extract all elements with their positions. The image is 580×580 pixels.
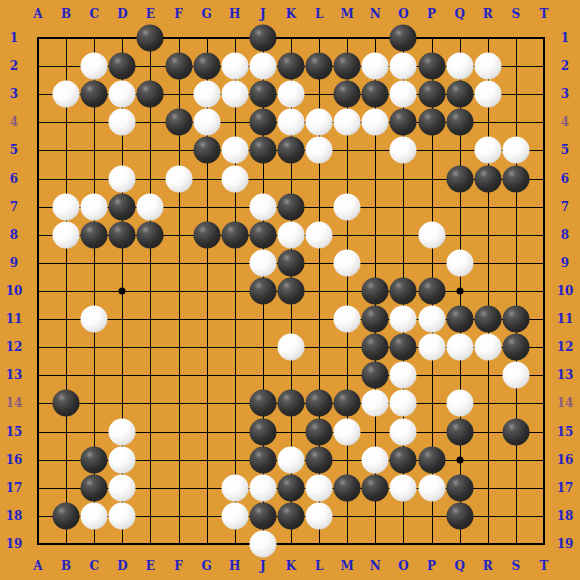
intersection-E11[interactable]: [136, 305, 164, 333]
intersection-L18[interactable]: [305, 502, 333, 530]
intersection-S12[interactable]: [502, 333, 530, 361]
intersection-A6[interactable]: [24, 164, 52, 192]
intersection-J16[interactable]: [249, 446, 277, 474]
intersection-G15[interactable]: [193, 417, 221, 445]
intersection-N3[interactable]: [361, 80, 389, 108]
intersection-R1[interactable]: [474, 24, 502, 52]
intersection-G11[interactable]: [193, 305, 221, 333]
intersection-K10[interactable]: [277, 277, 305, 305]
intersection-S17[interactable]: [502, 474, 530, 502]
intersection-B14[interactable]: [52, 389, 80, 417]
intersection-G6[interactable]: [193, 164, 221, 192]
intersection-D7[interactable]: [108, 193, 136, 221]
intersection-T14[interactable]: [530, 389, 558, 417]
intersection-N9[interactable]: [361, 249, 389, 277]
intersection-P3[interactable]: [417, 80, 445, 108]
intersection-Q14[interactable]: [446, 389, 474, 417]
intersection-R19[interactable]: [474, 530, 502, 558]
intersection-L14[interactable]: [305, 389, 333, 417]
intersection-P16[interactable]: [417, 446, 445, 474]
intersection-G18[interactable]: [193, 502, 221, 530]
intersection-K4[interactable]: [277, 108, 305, 136]
intersection-R12[interactable]: [474, 333, 502, 361]
intersection-N19[interactable]: [361, 530, 389, 558]
intersection-R8[interactable]: [474, 221, 502, 249]
intersection-M15[interactable]: [333, 417, 361, 445]
intersection-D16[interactable]: [108, 446, 136, 474]
intersection-D5[interactable]: [108, 136, 136, 164]
intersection-A15[interactable]: [24, 417, 52, 445]
intersection-E7[interactable]: [136, 193, 164, 221]
intersection-L6[interactable]: [305, 164, 333, 192]
intersection-E15[interactable]: [136, 417, 164, 445]
intersection-E1[interactable]: [136, 24, 164, 52]
intersection-T6[interactable]: [530, 164, 558, 192]
intersection-A5[interactable]: [24, 136, 52, 164]
intersection-H16[interactable]: [221, 446, 249, 474]
intersection-P12[interactable]: [417, 333, 445, 361]
intersection-N14[interactable]: [361, 389, 389, 417]
intersection-F9[interactable]: [164, 249, 192, 277]
intersection-A1[interactable]: [24, 24, 52, 52]
intersection-Q7[interactable]: [446, 193, 474, 221]
intersection-M9[interactable]: [333, 249, 361, 277]
intersection-J15[interactable]: [249, 417, 277, 445]
intersection-M7[interactable]: [333, 193, 361, 221]
intersection-S2[interactable]: [502, 52, 530, 80]
intersection-H14[interactable]: [221, 389, 249, 417]
intersection-F12[interactable]: [164, 333, 192, 361]
intersection-P19[interactable]: [417, 530, 445, 558]
intersection-O18[interactable]: [389, 502, 417, 530]
intersection-G8[interactable]: [193, 221, 221, 249]
intersection-A12[interactable]: [24, 333, 52, 361]
intersection-C19[interactable]: [80, 530, 108, 558]
intersection-F11[interactable]: [164, 305, 192, 333]
intersection-J17[interactable]: [249, 474, 277, 502]
intersection-K15[interactable]: [277, 417, 305, 445]
intersection-T19[interactable]: [530, 530, 558, 558]
intersection-H9[interactable]: [221, 249, 249, 277]
intersection-S13[interactable]: [502, 361, 530, 389]
intersection-R9[interactable]: [474, 249, 502, 277]
intersection-B10[interactable]: [52, 277, 80, 305]
intersection-S14[interactable]: [502, 389, 530, 417]
intersection-K19[interactable]: [277, 530, 305, 558]
intersection-M18[interactable]: [333, 502, 361, 530]
intersection-B9[interactable]: [52, 249, 80, 277]
intersection-P11[interactable]: [417, 305, 445, 333]
intersection-T15[interactable]: [530, 417, 558, 445]
intersection-T13[interactable]: [530, 361, 558, 389]
intersection-K12[interactable]: [277, 333, 305, 361]
intersection-J13[interactable]: [249, 361, 277, 389]
intersection-T2[interactable]: [530, 52, 558, 80]
intersection-N12[interactable]: [361, 333, 389, 361]
intersection-A19[interactable]: [24, 530, 52, 558]
intersection-O14[interactable]: [389, 389, 417, 417]
intersection-H8[interactable]: [221, 221, 249, 249]
intersection-G4[interactable]: [193, 108, 221, 136]
intersection-P7[interactable]: [417, 193, 445, 221]
intersection-C16[interactable]: [80, 446, 108, 474]
intersection-R7[interactable]: [474, 193, 502, 221]
intersection-M3[interactable]: [333, 80, 361, 108]
intersection-D19[interactable]: [108, 530, 136, 558]
intersection-D3[interactable]: [108, 80, 136, 108]
intersection-F13[interactable]: [164, 361, 192, 389]
intersection-O16[interactable]: [389, 446, 417, 474]
intersection-D6[interactable]: [108, 164, 136, 192]
intersection-G2[interactable]: [193, 52, 221, 80]
intersection-N13[interactable]: [361, 361, 389, 389]
intersection-M5[interactable]: [333, 136, 361, 164]
intersection-D4[interactable]: [108, 108, 136, 136]
intersection-F1[interactable]: [164, 24, 192, 52]
intersection-E13[interactable]: [136, 361, 164, 389]
intersection-G9[interactable]: [193, 249, 221, 277]
intersection-E6[interactable]: [136, 164, 164, 192]
intersection-C6[interactable]: [80, 164, 108, 192]
intersection-L16[interactable]: [305, 446, 333, 474]
intersection-S9[interactable]: [502, 249, 530, 277]
intersection-L9[interactable]: [305, 249, 333, 277]
intersection-Q5[interactable]: [446, 136, 474, 164]
intersection-S4[interactable]: [502, 108, 530, 136]
intersection-E4[interactable]: [136, 108, 164, 136]
intersection-G7[interactable]: [193, 193, 221, 221]
intersection-P15[interactable]: [417, 417, 445, 445]
intersection-O9[interactable]: [389, 249, 417, 277]
intersection-J10[interactable]: [249, 277, 277, 305]
intersection-A18[interactable]: [24, 502, 52, 530]
intersection-B12[interactable]: [52, 333, 80, 361]
intersection-T1[interactable]: [530, 24, 558, 52]
intersection-M4[interactable]: [333, 108, 361, 136]
intersection-F8[interactable]: [164, 221, 192, 249]
intersection-T17[interactable]: [530, 474, 558, 502]
intersection-C13[interactable]: [80, 361, 108, 389]
intersection-S15[interactable]: [502, 417, 530, 445]
intersection-J2[interactable]: [249, 52, 277, 80]
intersection-A8[interactable]: [24, 221, 52, 249]
intersection-R10[interactable]: [474, 277, 502, 305]
intersection-S5[interactable]: [502, 136, 530, 164]
intersection-O19[interactable]: [389, 530, 417, 558]
intersection-C3[interactable]: [80, 80, 108, 108]
intersection-D9[interactable]: [108, 249, 136, 277]
intersection-L3[interactable]: [305, 80, 333, 108]
intersection-N6[interactable]: [361, 164, 389, 192]
intersection-N11[interactable]: [361, 305, 389, 333]
intersection-Q11[interactable]: [446, 305, 474, 333]
intersection-H1[interactable]: [221, 24, 249, 52]
intersection-D1[interactable]: [108, 24, 136, 52]
intersection-L11[interactable]: [305, 305, 333, 333]
intersection-J12[interactable]: [249, 333, 277, 361]
intersection-J14[interactable]: [249, 389, 277, 417]
intersection-K5[interactable]: [277, 136, 305, 164]
intersection-O2[interactable]: [389, 52, 417, 80]
intersection-E8[interactable]: [136, 221, 164, 249]
intersection-M19[interactable]: [333, 530, 361, 558]
intersection-Q2[interactable]: [446, 52, 474, 80]
intersection-C5[interactable]: [80, 136, 108, 164]
intersection-L8[interactable]: [305, 221, 333, 249]
intersection-D13[interactable]: [108, 361, 136, 389]
intersection-B3[interactable]: [52, 80, 80, 108]
intersection-T4[interactable]: [530, 108, 558, 136]
intersection-N17[interactable]: [361, 474, 389, 502]
intersection-C2[interactable]: [80, 52, 108, 80]
intersection-O5[interactable]: [389, 136, 417, 164]
intersection-J3[interactable]: [249, 80, 277, 108]
intersection-P14[interactable]: [417, 389, 445, 417]
intersection-O13[interactable]: [389, 361, 417, 389]
intersection-G14[interactable]: [193, 389, 221, 417]
intersection-L17[interactable]: [305, 474, 333, 502]
intersection-F18[interactable]: [164, 502, 192, 530]
intersection-H7[interactable]: [221, 193, 249, 221]
intersection-P2[interactable]: [417, 52, 445, 80]
intersection-A3[interactable]: [24, 80, 52, 108]
intersection-G13[interactable]: [193, 361, 221, 389]
intersection-R13[interactable]: [474, 361, 502, 389]
intersection-C11[interactable]: [80, 305, 108, 333]
intersection-O7[interactable]: [389, 193, 417, 221]
intersection-O15[interactable]: [389, 417, 417, 445]
intersection-E18[interactable]: [136, 502, 164, 530]
intersection-C15[interactable]: [80, 417, 108, 445]
intersection-P4[interactable]: [417, 108, 445, 136]
intersection-L5[interactable]: [305, 136, 333, 164]
intersection-K9[interactable]: [277, 249, 305, 277]
intersection-Q9[interactable]: [446, 249, 474, 277]
intersection-E5[interactable]: [136, 136, 164, 164]
intersection-T3[interactable]: [530, 80, 558, 108]
intersection-Q8[interactable]: [446, 221, 474, 249]
intersection-C17[interactable]: [80, 474, 108, 502]
intersection-B13[interactable]: [52, 361, 80, 389]
intersection-B1[interactable]: [52, 24, 80, 52]
intersection-H18[interactable]: [221, 502, 249, 530]
intersection-Q18[interactable]: [446, 502, 474, 530]
intersection-K8[interactable]: [277, 221, 305, 249]
intersection-D11[interactable]: [108, 305, 136, 333]
intersection-T12[interactable]: [530, 333, 558, 361]
intersection-P17[interactable]: [417, 474, 445, 502]
intersection-R18[interactable]: [474, 502, 502, 530]
intersection-P9[interactable]: [417, 249, 445, 277]
intersection-L15[interactable]: [305, 417, 333, 445]
intersection-P6[interactable]: [417, 164, 445, 192]
intersection-A16[interactable]: [24, 446, 52, 474]
intersection-O4[interactable]: [389, 108, 417, 136]
intersection-M16[interactable]: [333, 446, 361, 474]
intersection-Q10[interactable]: [446, 277, 474, 305]
intersection-T11[interactable]: [530, 305, 558, 333]
intersection-E16[interactable]: [136, 446, 164, 474]
intersection-R16[interactable]: [474, 446, 502, 474]
intersection-A13[interactable]: [24, 361, 52, 389]
intersection-Q17[interactable]: [446, 474, 474, 502]
intersection-G17[interactable]: [193, 474, 221, 502]
intersection-D2[interactable]: [108, 52, 136, 80]
intersection-G16[interactable]: [193, 446, 221, 474]
intersection-F16[interactable]: [164, 446, 192, 474]
intersection-D8[interactable]: [108, 221, 136, 249]
intersection-R4[interactable]: [474, 108, 502, 136]
intersection-N4[interactable]: [361, 108, 389, 136]
intersection-B17[interactable]: [52, 474, 80, 502]
intersection-T8[interactable]: [530, 221, 558, 249]
intersection-R2[interactable]: [474, 52, 502, 80]
intersection-M13[interactable]: [333, 361, 361, 389]
intersection-G10[interactable]: [193, 277, 221, 305]
intersection-M2[interactable]: [333, 52, 361, 80]
intersection-R17[interactable]: [474, 474, 502, 502]
intersection-B15[interactable]: [52, 417, 80, 445]
intersection-J9[interactable]: [249, 249, 277, 277]
intersection-B18[interactable]: [52, 502, 80, 530]
intersection-H3[interactable]: [221, 80, 249, 108]
intersection-H12[interactable]: [221, 333, 249, 361]
intersection-H15[interactable]: [221, 417, 249, 445]
intersection-O10[interactable]: [389, 277, 417, 305]
intersection-G12[interactable]: [193, 333, 221, 361]
intersection-C9[interactable]: [80, 249, 108, 277]
intersection-D10[interactable]: [108, 277, 136, 305]
intersection-E3[interactable]: [136, 80, 164, 108]
intersection-O6[interactable]: [389, 164, 417, 192]
intersection-N18[interactable]: [361, 502, 389, 530]
intersection-D18[interactable]: [108, 502, 136, 530]
intersection-K2[interactable]: [277, 52, 305, 80]
intersection-N16[interactable]: [361, 446, 389, 474]
intersection-K3[interactable]: [277, 80, 305, 108]
intersection-K1[interactable]: [277, 24, 305, 52]
intersection-N1[interactable]: [361, 24, 389, 52]
intersection-H10[interactable]: [221, 277, 249, 305]
intersection-Q12[interactable]: [446, 333, 474, 361]
intersection-S6[interactable]: [502, 164, 530, 192]
intersection-H11[interactable]: [221, 305, 249, 333]
intersection-P8[interactable]: [417, 221, 445, 249]
intersection-A10[interactable]: [24, 277, 52, 305]
intersection-E9[interactable]: [136, 249, 164, 277]
intersection-K17[interactable]: [277, 474, 305, 502]
intersection-S10[interactable]: [502, 277, 530, 305]
intersection-J11[interactable]: [249, 305, 277, 333]
intersection-M1[interactable]: [333, 24, 361, 52]
intersection-B2[interactable]: [52, 52, 80, 80]
intersection-L2[interactable]: [305, 52, 333, 80]
intersection-C8[interactable]: [80, 221, 108, 249]
intersection-B5[interactable]: [52, 136, 80, 164]
intersection-B7[interactable]: [52, 193, 80, 221]
intersection-H5[interactable]: [221, 136, 249, 164]
intersection-C7[interactable]: [80, 193, 108, 221]
intersection-A11[interactable]: [24, 305, 52, 333]
intersection-C12[interactable]: [80, 333, 108, 361]
intersection-J1[interactable]: [249, 24, 277, 52]
intersection-B4[interactable]: [52, 108, 80, 136]
intersection-S19[interactable]: [502, 530, 530, 558]
intersection-M8[interactable]: [333, 221, 361, 249]
intersection-F15[interactable]: [164, 417, 192, 445]
intersection-K16[interactable]: [277, 446, 305, 474]
intersection-R11[interactable]: [474, 305, 502, 333]
intersection-S8[interactable]: [502, 221, 530, 249]
intersection-L1[interactable]: [305, 24, 333, 52]
intersection-E14[interactable]: [136, 389, 164, 417]
intersection-F14[interactable]: [164, 389, 192, 417]
intersection-J8[interactable]: [249, 221, 277, 249]
intersection-O8[interactable]: [389, 221, 417, 249]
intersection-L19[interactable]: [305, 530, 333, 558]
intersection-G1[interactable]: [193, 24, 221, 52]
intersection-N15[interactable]: [361, 417, 389, 445]
intersection-R3[interactable]: [474, 80, 502, 108]
intersection-J18[interactable]: [249, 502, 277, 530]
intersection-H13[interactable]: [221, 361, 249, 389]
intersection-Q1[interactable]: [446, 24, 474, 52]
intersection-P1[interactable]: [417, 24, 445, 52]
intersection-T7[interactable]: [530, 193, 558, 221]
intersection-A2[interactable]: [24, 52, 52, 80]
intersection-C18[interactable]: [80, 502, 108, 530]
intersection-M14[interactable]: [333, 389, 361, 417]
intersection-N8[interactable]: [361, 221, 389, 249]
intersection-M17[interactable]: [333, 474, 361, 502]
intersection-K18[interactable]: [277, 502, 305, 530]
intersection-E10[interactable]: [136, 277, 164, 305]
intersection-L7[interactable]: [305, 193, 333, 221]
intersection-P13[interactable]: [417, 361, 445, 389]
intersection-G19[interactable]: [193, 530, 221, 558]
intersection-N5[interactable]: [361, 136, 389, 164]
intersection-L4[interactable]: [305, 108, 333, 136]
intersection-O3[interactable]: [389, 80, 417, 108]
intersection-S7[interactable]: [502, 193, 530, 221]
intersection-E12[interactable]: [136, 333, 164, 361]
intersection-F7[interactable]: [164, 193, 192, 221]
intersection-H4[interactable]: [221, 108, 249, 136]
intersection-G5[interactable]: [193, 136, 221, 164]
intersection-K6[interactable]: [277, 164, 305, 192]
intersection-C4[interactable]: [80, 108, 108, 136]
intersection-J7[interactable]: [249, 193, 277, 221]
intersection-K13[interactable]: [277, 361, 305, 389]
intersection-Q15[interactable]: [446, 417, 474, 445]
intersection-A4[interactable]: [24, 108, 52, 136]
intersection-T16[interactable]: [530, 446, 558, 474]
intersection-T5[interactable]: [530, 136, 558, 164]
intersection-R15[interactable]: [474, 417, 502, 445]
intersection-F4[interactable]: [164, 108, 192, 136]
intersection-O17[interactable]: [389, 474, 417, 502]
intersection-E17[interactable]: [136, 474, 164, 502]
intersection-S3[interactable]: [502, 80, 530, 108]
intersection-R6[interactable]: [474, 164, 502, 192]
intersection-S18[interactable]: [502, 502, 530, 530]
intersection-B19[interactable]: [52, 530, 80, 558]
intersection-Q16[interactable]: [446, 446, 474, 474]
intersection-E19[interactable]: [136, 530, 164, 558]
intersection-P5[interactable]: [417, 136, 445, 164]
intersection-A7[interactable]: [24, 193, 52, 221]
intersection-A14[interactable]: [24, 389, 52, 417]
